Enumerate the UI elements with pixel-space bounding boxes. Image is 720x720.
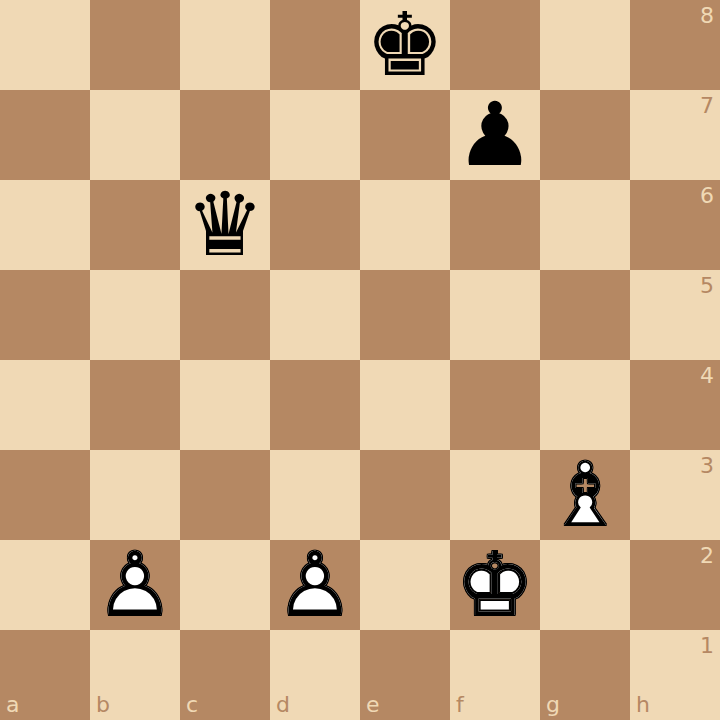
king-glyph: ♚ bbox=[360, 0, 450, 90]
square-a7[interactable] bbox=[0, 90, 90, 180]
square-b6[interactable] bbox=[90, 180, 180, 270]
square-c4[interactable] bbox=[180, 360, 270, 450]
square-d2[interactable]: ♟♙ bbox=[270, 540, 360, 630]
file-label-g: g bbox=[546, 694, 560, 716]
file-label-c: c bbox=[186, 694, 198, 716]
rank-label-5: 5 bbox=[700, 275, 714, 297]
piece-white-bishop[interactable]: ♝♗ bbox=[540, 450, 630, 540]
chess-board: ♚8♟7♛654♝♗3♟♙♟♙♚♔2abcdefgh1 bbox=[0, 0, 720, 720]
square-h3[interactable]: 3 bbox=[630, 450, 720, 540]
square-c7[interactable] bbox=[180, 90, 270, 180]
square-a3[interactable] bbox=[0, 450, 90, 540]
square-f7[interactable]: ♟ bbox=[450, 90, 540, 180]
pawn-outline-glyph: ♙ bbox=[90, 540, 180, 630]
file-label-f: f bbox=[456, 694, 464, 716]
square-d5[interactable] bbox=[270, 270, 360, 360]
square-c8[interactable] bbox=[180, 0, 270, 90]
square-f4[interactable] bbox=[450, 360, 540, 450]
square-d6[interactable] bbox=[270, 180, 360, 270]
square-g3[interactable]: ♝♗ bbox=[540, 450, 630, 540]
piece-white-pawn[interactable]: ♟♙ bbox=[90, 540, 180, 630]
square-g2[interactable] bbox=[540, 540, 630, 630]
square-c1[interactable]: c bbox=[180, 630, 270, 720]
square-a4[interactable] bbox=[0, 360, 90, 450]
square-f8[interactable] bbox=[450, 0, 540, 90]
square-g4[interactable] bbox=[540, 360, 630, 450]
square-g6[interactable] bbox=[540, 180, 630, 270]
rank-label-7: 7 bbox=[700, 95, 714, 117]
square-h6[interactable]: 6 bbox=[630, 180, 720, 270]
square-b8[interactable] bbox=[90, 0, 180, 90]
square-c3[interactable] bbox=[180, 450, 270, 540]
square-e6[interactable] bbox=[360, 180, 450, 270]
piece-black-queen[interactable]: ♛ bbox=[180, 180, 270, 270]
square-d4[interactable] bbox=[270, 360, 360, 450]
square-a2[interactable] bbox=[0, 540, 90, 630]
square-c6[interactable]: ♛ bbox=[180, 180, 270, 270]
square-g7[interactable] bbox=[540, 90, 630, 180]
square-d8[interactable] bbox=[270, 0, 360, 90]
square-h1[interactable]: h1 bbox=[630, 630, 720, 720]
file-label-a: a bbox=[6, 694, 19, 716]
queen-glyph: ♛ bbox=[180, 180, 270, 270]
square-f3[interactable] bbox=[450, 450, 540, 540]
square-a5[interactable] bbox=[0, 270, 90, 360]
square-d1[interactable]: d bbox=[270, 630, 360, 720]
square-c2[interactable] bbox=[180, 540, 270, 630]
king-outline-glyph: ♔ bbox=[450, 540, 540, 630]
square-b2[interactable]: ♟♙ bbox=[90, 540, 180, 630]
file-label-d: d bbox=[276, 694, 290, 716]
bishop-outline-glyph: ♗ bbox=[540, 450, 630, 540]
square-e5[interactable] bbox=[360, 270, 450, 360]
rank-label-4: 4 bbox=[700, 365, 714, 387]
rank-label-1: 1 bbox=[700, 635, 714, 657]
piece-white-king[interactable]: ♚♔ bbox=[450, 540, 540, 630]
square-e2[interactable] bbox=[360, 540, 450, 630]
square-d3[interactable] bbox=[270, 450, 360, 540]
square-a6[interactable] bbox=[0, 180, 90, 270]
square-h5[interactable]: 5 bbox=[630, 270, 720, 360]
file-label-e: e bbox=[366, 694, 380, 716]
square-e8[interactable]: ♚ bbox=[360, 0, 450, 90]
rank-label-3: 3 bbox=[700, 455, 714, 477]
square-e1[interactable]: e bbox=[360, 630, 450, 720]
square-b7[interactable] bbox=[90, 90, 180, 180]
square-b1[interactable]: b bbox=[90, 630, 180, 720]
square-h7[interactable]: 7 bbox=[630, 90, 720, 180]
piece-black-pawn[interactable]: ♟ bbox=[450, 90, 540, 180]
square-b5[interactable] bbox=[90, 270, 180, 360]
square-e3[interactable] bbox=[360, 450, 450, 540]
file-label-h: h bbox=[636, 694, 650, 716]
file-label-b: b bbox=[96, 694, 110, 716]
rank-label-2: 2 bbox=[700, 545, 714, 567]
square-a1[interactable]: a bbox=[0, 630, 90, 720]
square-h4[interactable]: 4 bbox=[630, 360, 720, 450]
square-b3[interactable] bbox=[90, 450, 180, 540]
square-f2[interactable]: ♚♔ bbox=[450, 540, 540, 630]
square-g5[interactable] bbox=[540, 270, 630, 360]
square-f6[interactable] bbox=[450, 180, 540, 270]
piece-white-pawn[interactable]: ♟♙ bbox=[270, 540, 360, 630]
square-a8[interactable] bbox=[0, 0, 90, 90]
piece-black-king[interactable]: ♚ bbox=[360, 0, 450, 90]
square-g1[interactable]: g bbox=[540, 630, 630, 720]
square-e7[interactable] bbox=[360, 90, 450, 180]
square-g8[interactable] bbox=[540, 0, 630, 90]
square-h8[interactable]: 8 bbox=[630, 0, 720, 90]
rank-label-6: 6 bbox=[700, 185, 714, 207]
pawn-outline-glyph: ♙ bbox=[270, 540, 360, 630]
square-f1[interactable]: f bbox=[450, 630, 540, 720]
pawn-glyph: ♟ bbox=[450, 90, 540, 180]
square-h2[interactable]: 2 bbox=[630, 540, 720, 630]
square-f5[interactable] bbox=[450, 270, 540, 360]
square-d7[interactable] bbox=[270, 90, 360, 180]
square-e4[interactable] bbox=[360, 360, 450, 450]
rank-label-8: 8 bbox=[700, 5, 714, 27]
square-b4[interactable] bbox=[90, 360, 180, 450]
square-c5[interactable] bbox=[180, 270, 270, 360]
